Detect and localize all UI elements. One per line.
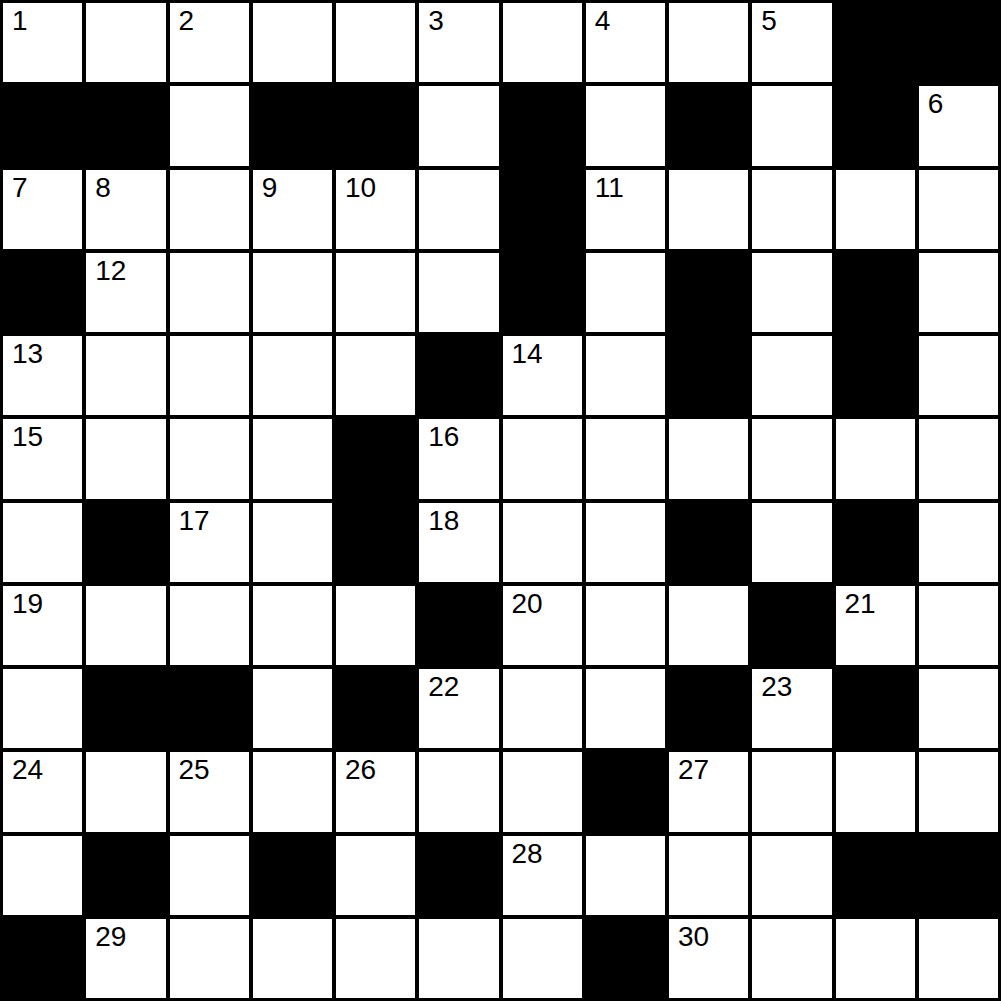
black-cell (86, 836, 165, 915)
white-cell[interactable] (336, 253, 415, 332)
black-cell (503, 170, 582, 249)
white-cell[interactable]: 14 (503, 336, 582, 415)
white-cell[interactable] (170, 419, 249, 498)
clue-number: 20 (512, 590, 543, 618)
white-cell[interactable]: 25 (170, 752, 249, 831)
white-cell[interactable] (3, 503, 82, 582)
black-cell (503, 253, 582, 332)
white-cell[interactable] (253, 503, 332, 582)
white-cell[interactable] (752, 503, 831, 582)
clue-number: 18 (428, 507, 459, 535)
black-cell (336, 419, 415, 498)
white-cell[interactable] (419, 86, 498, 165)
white-cell[interactable] (253, 3, 332, 82)
white-cell[interactable] (86, 586, 165, 665)
black-cell (419, 586, 498, 665)
white-cell[interactable] (503, 752, 582, 831)
black-cell (669, 669, 748, 748)
white-cell[interactable]: 15 (3, 419, 82, 498)
white-cell[interactable] (752, 752, 831, 831)
crossword-grid: 1234567891011121314151617181920212223242… (0, 0, 1001, 1001)
white-cell[interactable] (170, 919, 249, 998)
white-cell[interactable]: 2 (170, 3, 249, 82)
white-cell[interactable]: 7 (3, 170, 82, 249)
white-cell[interactable] (586, 669, 665, 748)
white-cell[interactable]: 4 (586, 3, 665, 82)
white-cell[interactable] (752, 170, 831, 249)
clue-number: 6 (928, 90, 944, 118)
white-cell[interactable] (669, 170, 748, 249)
white-cell[interactable] (836, 419, 915, 498)
black-cell (836, 669, 915, 748)
white-cell[interactable] (170, 836, 249, 915)
white-cell[interactable]: 16 (419, 419, 498, 498)
black-cell (86, 86, 165, 165)
clue-number: 29 (95, 923, 126, 951)
white-cell[interactable]: 12 (86, 253, 165, 332)
clue-number: 4 (595, 7, 611, 35)
white-cell[interactable] (170, 253, 249, 332)
white-cell[interactable] (253, 419, 332, 498)
black-cell (3, 919, 82, 998)
white-cell[interactable] (836, 919, 915, 998)
white-cell[interactable] (752, 419, 831, 498)
white-cell[interactable]: 10 (336, 170, 415, 249)
black-cell (419, 336, 498, 415)
black-cell (336, 503, 415, 582)
clue-number: 22 (428, 673, 459, 701)
white-cell[interactable]: 1 (3, 3, 82, 82)
white-cell[interactable] (86, 3, 165, 82)
clue-number: 1 (12, 7, 28, 35)
clue-number: 26 (345, 756, 376, 784)
white-cell[interactable] (86, 419, 165, 498)
white-cell[interactable] (669, 586, 748, 665)
white-cell[interactable] (503, 3, 582, 82)
white-cell[interactable] (586, 86, 665, 165)
black-cell (836, 3, 915, 82)
clue-number: 25 (179, 756, 210, 784)
white-cell[interactable] (919, 419, 998, 498)
white-cell[interactable] (503, 419, 582, 498)
white-cell[interactable] (336, 919, 415, 998)
black-cell (503, 86, 582, 165)
clue-number: 28 (512, 840, 543, 868)
black-cell (752, 586, 831, 665)
white-cell[interactable] (503, 669, 582, 748)
white-cell[interactable]: 30 (669, 919, 748, 998)
white-cell[interactable]: 11 (586, 170, 665, 249)
clue-number: 8 (95, 174, 111, 202)
white-cell[interactable] (586, 253, 665, 332)
clue-number: 24 (12, 756, 43, 784)
white-cell[interactable] (669, 836, 748, 915)
white-cell[interactable] (419, 919, 498, 998)
white-cell[interactable] (336, 336, 415, 415)
black-cell (86, 503, 165, 582)
clue-number: 2 (179, 7, 195, 35)
black-cell (586, 752, 665, 831)
white-cell[interactable] (586, 836, 665, 915)
black-cell (336, 86, 415, 165)
black-cell (836, 503, 915, 582)
white-cell[interactable] (86, 336, 165, 415)
clue-number: 16 (428, 423, 459, 451)
clue-number: 7 (12, 174, 28, 202)
white-cell[interactable]: 23 (752, 669, 831, 748)
white-cell[interactable] (253, 752, 332, 831)
black-cell (669, 86, 748, 165)
white-cell[interactable]: 27 (669, 752, 748, 831)
white-cell[interactable]: 22 (419, 669, 498, 748)
clue-number: 12 (95, 257, 126, 285)
black-cell (919, 3, 998, 82)
black-cell (3, 86, 82, 165)
white-cell[interactable] (170, 336, 249, 415)
white-cell[interactable] (419, 752, 498, 831)
black-cell (836, 86, 915, 165)
clue-number: 9 (262, 174, 278, 202)
clue-number: 23 (761, 673, 792, 701)
white-cell[interactable] (919, 752, 998, 831)
white-cell[interactable] (752, 253, 831, 332)
white-cell[interactable] (253, 919, 332, 998)
white-cell[interactable]: 26 (336, 752, 415, 831)
white-cell[interactable] (86, 752, 165, 831)
white-cell[interactable]: 17 (170, 503, 249, 582)
white-cell[interactable] (503, 503, 582, 582)
black-cell (836, 836, 915, 915)
white-cell[interactable] (253, 336, 332, 415)
clue-number: 13 (12, 340, 43, 368)
black-cell (669, 253, 748, 332)
black-cell (336, 669, 415, 748)
white-cell[interactable]: 24 (3, 752, 82, 831)
white-cell[interactable] (3, 836, 82, 915)
black-cell (586, 919, 665, 998)
clue-number: 11 (595, 174, 624, 202)
white-cell[interactable] (836, 752, 915, 831)
white-cell[interactable] (919, 336, 998, 415)
clue-number: 15 (12, 423, 43, 451)
white-cell[interactable] (336, 836, 415, 915)
white-cell[interactable] (419, 253, 498, 332)
black-cell (669, 336, 748, 415)
white-cell[interactable] (419, 170, 498, 249)
white-cell[interactable] (919, 669, 998, 748)
white-cell[interactable]: 3 (419, 3, 498, 82)
white-cell[interactable] (170, 86, 249, 165)
white-cell[interactable] (586, 336, 665, 415)
clue-number: 14 (512, 340, 543, 368)
white-cell[interactable] (752, 836, 831, 915)
white-cell[interactable] (170, 170, 249, 249)
black-cell (170, 669, 249, 748)
clue-number: 17 (179, 507, 210, 535)
white-cell[interactable] (253, 586, 332, 665)
clue-number: 5 (761, 7, 777, 35)
white-cell[interactable]: 19 (3, 586, 82, 665)
white-cell[interactable] (586, 586, 665, 665)
white-cell[interactable] (919, 253, 998, 332)
white-cell[interactable]: 9 (253, 170, 332, 249)
black-cell (669, 503, 748, 582)
white-cell[interactable] (503, 919, 582, 998)
white-cell[interactable] (752, 86, 831, 165)
white-cell[interactable] (586, 419, 665, 498)
black-cell (836, 336, 915, 415)
white-cell[interactable] (919, 503, 998, 582)
white-cell[interactable]: 29 (86, 919, 165, 998)
white-cell[interactable] (586, 503, 665, 582)
black-cell (919, 836, 998, 915)
black-cell (86, 669, 165, 748)
white-cell[interactable]: 8 (86, 170, 165, 249)
clue-number: 10 (345, 174, 376, 202)
white-cell[interactable]: 21 (836, 586, 915, 665)
white-cell[interactable] (336, 3, 415, 82)
white-cell[interactable]: 18 (419, 503, 498, 582)
white-cell[interactable] (919, 170, 998, 249)
clue-number: 19 (12, 590, 43, 618)
white-cell[interactable] (170, 586, 249, 665)
white-cell[interactable]: 5 (752, 3, 831, 82)
white-cell[interactable] (669, 419, 748, 498)
black-cell (3, 253, 82, 332)
black-cell (419, 836, 498, 915)
white-cell[interactable]: 6 (919, 86, 998, 165)
black-cell (253, 86, 332, 165)
white-cell[interactable] (336, 586, 415, 665)
clue-number: 21 (845, 590, 876, 618)
white-cell[interactable] (919, 919, 998, 998)
white-cell[interactable]: 13 (3, 336, 82, 415)
white-cell[interactable] (752, 919, 831, 998)
clue-number: 27 (678, 756, 709, 784)
white-cell[interactable] (669, 3, 748, 82)
black-cell (836, 253, 915, 332)
clue-number: 3 (428, 7, 444, 35)
white-cell[interactable] (253, 669, 332, 748)
white-cell[interactable] (253, 253, 332, 332)
white-cell[interactable]: 20 (503, 586, 582, 665)
white-cell[interactable]: 28 (503, 836, 582, 915)
black-cell (253, 836, 332, 915)
white-cell[interactable] (836, 170, 915, 249)
white-cell[interactable] (3, 669, 82, 748)
white-cell[interactable] (752, 336, 831, 415)
white-cell[interactable] (919, 586, 998, 665)
clue-number: 30 (678, 923, 709, 951)
